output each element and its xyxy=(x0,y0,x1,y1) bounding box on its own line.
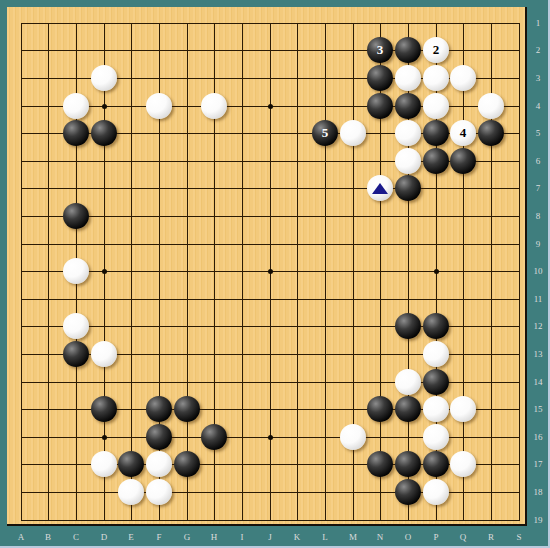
row-label-5: 5 xyxy=(529,127,547,139)
black-stone-F15[interactable] xyxy=(146,396,172,422)
grid-line-vertical xyxy=(242,23,243,521)
black-stone-P17[interactable] xyxy=(423,451,449,477)
row-label-12: 12 xyxy=(529,320,547,332)
column-label-L: L xyxy=(318,530,332,544)
white-stone-P18[interactable] xyxy=(423,479,449,505)
row-label-2: 2 xyxy=(529,44,547,56)
column-label-D: D xyxy=(97,530,111,544)
white-stone-D17[interactable] xyxy=(91,451,117,477)
grid-line-vertical xyxy=(463,23,464,521)
star-point xyxy=(268,435,273,440)
column-label-B: B xyxy=(41,530,55,544)
column-label-G: G xyxy=(180,530,194,544)
column-label-H: H xyxy=(207,530,221,544)
black-stone-R5[interactable] xyxy=(478,120,504,146)
white-stone-M16[interactable] xyxy=(340,424,366,450)
row-label-19: 19 xyxy=(529,514,547,526)
black-stone-Q6[interactable] xyxy=(450,148,476,174)
white-stone-Q5[interactable]: 4 xyxy=(450,120,476,146)
row-label-7: 7 xyxy=(529,182,547,194)
column-label-F: F xyxy=(152,530,166,544)
column-label-Q: Q xyxy=(456,530,470,544)
grid-line-vertical xyxy=(48,23,49,521)
black-stone-O15[interactable] xyxy=(395,396,421,422)
star-point xyxy=(102,435,107,440)
black-stone-L5[interactable]: 5 xyxy=(312,120,338,146)
black-stone-P12[interactable] xyxy=(423,313,449,339)
white-stone-F17[interactable] xyxy=(146,451,172,477)
black-stone-C13[interactable] xyxy=(63,341,89,367)
black-stone-P14[interactable] xyxy=(423,369,449,395)
black-stone-P6[interactable] xyxy=(423,148,449,174)
black-stone-N2[interactable]: 3 xyxy=(367,37,393,63)
black-stone-H16[interactable] xyxy=(201,424,227,450)
column-label-M: M xyxy=(346,530,360,544)
grid-line-horizontal xyxy=(21,23,520,24)
row-label-11: 11 xyxy=(529,293,547,305)
black-stone-G17[interactable] xyxy=(174,451,200,477)
white-stone-R4[interactable] xyxy=(478,93,504,119)
grid-line-vertical xyxy=(21,23,22,521)
black-stone-O18[interactable] xyxy=(395,479,421,505)
white-stone-O3[interactable] xyxy=(395,65,421,91)
black-stone-N17[interactable] xyxy=(367,451,393,477)
black-stone-O7[interactable] xyxy=(395,175,421,201)
white-stone-C10[interactable] xyxy=(63,258,89,284)
grid-line-horizontal xyxy=(21,520,520,521)
column-label-C: C xyxy=(69,530,83,544)
grid-line-vertical xyxy=(297,23,298,521)
white-stone-C12[interactable] xyxy=(63,313,89,339)
star-point xyxy=(434,269,439,274)
column-label-N: N xyxy=(373,530,387,544)
black-stone-N15[interactable] xyxy=(367,396,393,422)
row-label-9: 9 xyxy=(529,238,547,250)
column-label-E: E xyxy=(124,530,138,544)
row-label-1: 1 xyxy=(529,17,547,29)
row-label-4: 4 xyxy=(529,100,547,112)
white-stone-D3[interactable] xyxy=(91,65,117,91)
row-label-8: 8 xyxy=(529,210,547,222)
column-label-J: J xyxy=(263,530,277,544)
move-number-label: 5 xyxy=(312,120,338,146)
white-stone-C4[interactable] xyxy=(63,93,89,119)
black-stone-N4[interactable] xyxy=(367,93,393,119)
star-point xyxy=(102,104,107,109)
row-label-18: 18 xyxy=(529,486,547,498)
grid-line-vertical xyxy=(325,23,326,521)
move-number-label: 3 xyxy=(367,37,393,63)
black-stone-F16[interactable] xyxy=(146,424,172,450)
white-stone-N7[interactable] xyxy=(367,175,393,201)
column-label-I: I xyxy=(235,530,249,544)
white-stone-M5[interactable] xyxy=(340,120,366,146)
white-stone-P4[interactable] xyxy=(423,93,449,119)
row-label-16: 16 xyxy=(529,431,547,443)
white-stone-P2[interactable]: 2 xyxy=(423,37,449,63)
row-label-17: 17 xyxy=(529,458,547,470)
go-board-widget: 3254 ABCDEFGHIJKLMNOPQRS 123456789101112… xyxy=(0,0,550,548)
black-stone-D15[interactable] xyxy=(91,396,117,422)
black-stone-D5[interactable] xyxy=(91,120,117,146)
row-label-10: 10 xyxy=(529,265,547,277)
row-label-6: 6 xyxy=(529,155,547,167)
grid-line-vertical xyxy=(187,23,188,521)
white-stone-O6[interactable] xyxy=(395,148,421,174)
star-point xyxy=(268,104,273,109)
white-stone-Q3[interactable] xyxy=(450,65,476,91)
black-stone-P5[interactable] xyxy=(423,120,449,146)
white-stone-O5[interactable] xyxy=(395,120,421,146)
grid-line-horizontal xyxy=(21,244,520,245)
grid-line-vertical xyxy=(519,23,520,521)
white-stone-P3[interactable] xyxy=(423,65,449,91)
grid-line-horizontal xyxy=(21,299,520,300)
black-stone-E17[interactable] xyxy=(118,451,144,477)
row-label-13: 13 xyxy=(529,348,547,360)
white-stone-E18[interactable] xyxy=(118,479,144,505)
white-stone-P16[interactable] xyxy=(423,424,449,450)
white-stone-D13[interactable] xyxy=(91,341,117,367)
grid-line-vertical xyxy=(131,23,132,521)
white-stone-F4[interactable] xyxy=(146,93,172,119)
black-stone-O17[interactable] xyxy=(395,451,421,477)
black-stone-O12[interactable] xyxy=(395,313,421,339)
column-label-S: S xyxy=(512,530,526,544)
column-label-A: A xyxy=(14,530,28,544)
row-label-3: 3 xyxy=(529,72,547,84)
triangle-marker-icon xyxy=(372,183,388,194)
black-stone-O4[interactable] xyxy=(395,93,421,119)
move-number-label: 4 xyxy=(450,120,476,146)
column-label-O: O xyxy=(401,530,415,544)
white-stone-H4[interactable] xyxy=(201,93,227,119)
column-label-P: P xyxy=(429,530,443,544)
star-point xyxy=(268,269,273,274)
black-stone-C8[interactable] xyxy=(63,203,89,229)
white-stone-Q15[interactable] xyxy=(450,396,476,422)
grid-line-horizontal xyxy=(21,216,520,217)
column-label-R: R xyxy=(484,530,498,544)
column-label-K: K xyxy=(290,530,304,544)
row-label-14: 14 xyxy=(529,376,547,388)
white-stone-P13[interactable] xyxy=(423,341,449,367)
black-stone-G15[interactable] xyxy=(174,396,200,422)
black-stone-O2[interactable] xyxy=(395,37,421,63)
go-board[interactable]: 3254 xyxy=(7,7,527,526)
white-stone-P15[interactable] xyxy=(423,396,449,422)
white-stone-O14[interactable] xyxy=(395,369,421,395)
grid-line-horizontal xyxy=(21,188,520,189)
row-label-15: 15 xyxy=(529,403,547,415)
white-stone-Q17[interactable] xyxy=(450,451,476,477)
black-stone-C5[interactable] xyxy=(63,120,89,146)
move-number-label: 2 xyxy=(423,37,449,63)
white-stone-F18[interactable] xyxy=(146,479,172,505)
star-point xyxy=(102,269,107,274)
black-stone-N3[interactable] xyxy=(367,65,393,91)
